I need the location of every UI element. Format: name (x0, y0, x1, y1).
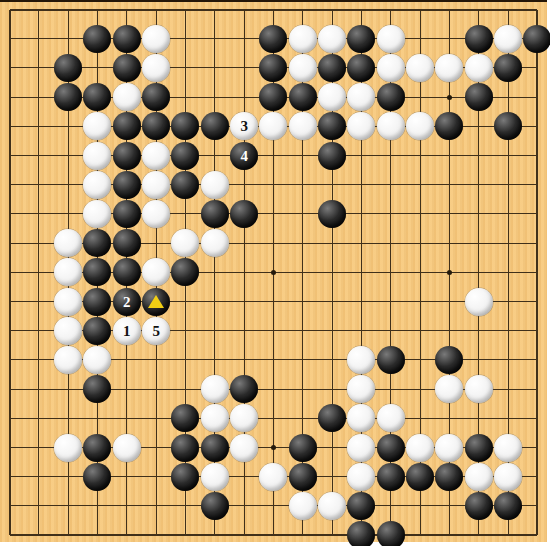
stone-black[interactable] (318, 404, 346, 432)
stone-white[interactable] (435, 434, 463, 462)
stone-black[interactable] (494, 54, 522, 82)
stone-white[interactable] (171, 229, 199, 257)
stone-black[interactable] (230, 375, 258, 403)
move-number-label: 3 (240, 112, 248, 140)
stone-black[interactable] (318, 200, 346, 228)
stone-black[interactable] (113, 200, 141, 228)
stone-black[interactable] (289, 434, 317, 462)
star-point (447, 270, 452, 275)
stone-black[interactable] (523, 25, 550, 53)
stone-white[interactable] (54, 317, 82, 345)
stone-black[interactable] (465, 434, 493, 462)
stone-black[interactable] (83, 434, 111, 462)
stone-white[interactable] (142, 171, 170, 199)
stone-black[interactable] (377, 463, 405, 491)
stone-black[interactable] (171, 258, 199, 286)
stone-white[interactable] (259, 112, 287, 140)
stone-white[interactable] (347, 346, 375, 374)
stone-white[interactable] (54, 288, 82, 316)
stone-black[interactable] (377, 521, 405, 546)
stone-white[interactable] (230, 434, 258, 462)
move-number-label: 4 (240, 142, 248, 170)
stone-black[interactable] (435, 112, 463, 140)
stone-white[interactable] (201, 229, 229, 257)
stone-white[interactable] (318, 492, 346, 520)
stone-black[interactable] (113, 142, 141, 170)
star-point (447, 95, 452, 100)
stone-white[interactable] (347, 434, 375, 462)
stone-white[interactable] (83, 171, 111, 199)
stone-white[interactable] (201, 463, 229, 491)
stone-black[interactable] (318, 54, 346, 82)
stone-black[interactable] (54, 54, 82, 82)
stone-black[interactable] (318, 112, 346, 140)
stone-white[interactable] (201, 404, 229, 432)
board-top-edge (0, 0, 547, 2)
stone-white[interactable] (54, 258, 82, 286)
stone-black[interactable] (113, 229, 141, 257)
stone-white[interactable] (465, 54, 493, 82)
stone-black[interactable] (377, 83, 405, 111)
stone-black[interactable] (171, 434, 199, 462)
stone-black[interactable] (494, 492, 522, 520)
stone-white[interactable] (54, 346, 82, 374)
stone-black[interactable] (171, 404, 199, 432)
stone-white[interactable] (377, 25, 405, 53)
stone-black[interactable] (201, 112, 229, 140)
stone-white[interactable] (83, 112, 111, 140)
stone-black[interactable] (83, 375, 111, 403)
star-point (271, 270, 276, 275)
stone-white[interactable] (259, 463, 287, 491)
grid-line-vertical (536, 10, 538, 536)
stone-white[interactable] (406, 434, 434, 462)
stone-white[interactable] (289, 112, 317, 140)
stone-black[interactable] (142, 83, 170, 111)
stone-white[interactable] (113, 434, 141, 462)
stone-white[interactable] (465, 463, 493, 491)
stone-white[interactable] (494, 463, 522, 491)
stone-white[interactable] (142, 258, 170, 286)
stone-white[interactable] (465, 375, 493, 403)
stone-white[interactable]: 5 (142, 317, 170, 345)
stone-black[interactable] (435, 346, 463, 374)
stone-white[interactable] (435, 54, 463, 82)
stone-white[interactable] (406, 54, 434, 82)
stone-white[interactable] (347, 463, 375, 491)
stone-black[interactable] (113, 171, 141, 199)
stone-black[interactable] (259, 54, 287, 82)
stone-black[interactable] (230, 200, 258, 228)
stone-white[interactable] (289, 492, 317, 520)
stone-black[interactable] (465, 25, 493, 53)
go-board[interactable]: 34215 (0, 0, 547, 542)
stone-white[interactable] (142, 25, 170, 53)
stone-black[interactable] (259, 83, 287, 111)
move-number-label: 5 (152, 317, 160, 345)
stone-white[interactable]: 1 (113, 317, 141, 345)
stone-white[interactable] (201, 171, 229, 199)
stone-black[interactable] (201, 434, 229, 462)
go-diagram-page: 34215 (0, 0, 550, 546)
stone-white[interactable]: 3 (230, 112, 258, 140)
stone-white[interactable] (377, 112, 405, 140)
star-point (271, 445, 276, 450)
stone-black[interactable] (435, 463, 463, 491)
stone-black[interactable] (289, 463, 317, 491)
stone-black[interactable] (465, 492, 493, 520)
stone-black[interactable] (406, 463, 434, 491)
stone-white[interactable] (289, 54, 317, 82)
stone-black[interactable] (83, 258, 111, 286)
stone-white[interactable] (142, 142, 170, 170)
stone-black[interactable] (171, 463, 199, 491)
stone-white[interactable] (289, 25, 317, 53)
stone-black[interactable] (54, 83, 82, 111)
move-number-label: 2 (123, 288, 131, 316)
stone-black[interactable] (171, 171, 199, 199)
stone-black[interactable] (347, 492, 375, 520)
stone-black[interactable] (289, 83, 317, 111)
stone-white[interactable] (54, 434, 82, 462)
stone-black[interactable] (113, 112, 141, 140)
stone-black[interactable] (171, 112, 199, 140)
stone-white[interactable] (230, 404, 258, 432)
stone-black[interactable] (494, 112, 522, 140)
stone-white[interactable] (318, 25, 346, 53)
stone-black[interactable] (201, 200, 229, 228)
stone-black[interactable] (259, 25, 287, 53)
stone-black[interactable] (377, 434, 405, 462)
stone-black[interactable] (113, 258, 141, 286)
stone-white[interactable] (494, 25, 522, 53)
stone-white[interactable] (201, 375, 229, 403)
stone-black[interactable] (83, 83, 111, 111)
stone-white[interactable] (377, 54, 405, 82)
stone-white[interactable] (435, 375, 463, 403)
stone-black[interactable] (83, 288, 111, 316)
stone-white[interactable] (465, 288, 493, 316)
stone-white[interactable] (142, 200, 170, 228)
stone-black[interactable] (201, 492, 229, 520)
stone-black[interactable] (142, 288, 170, 316)
stone-black[interactable] (113, 25, 141, 53)
stone-black[interactable] (347, 25, 375, 53)
stone-white[interactable] (347, 375, 375, 403)
move-number-label: 1 (123, 317, 131, 345)
stone-white[interactable] (113, 83, 141, 111)
grid-line-horizontal (10, 418, 538, 419)
stone-white[interactable] (142, 54, 170, 82)
stone-black[interactable] (318, 142, 346, 170)
grid-line-horizontal (10, 534, 538, 536)
stone-white[interactable] (83, 200, 111, 228)
stone-black[interactable] (83, 229, 111, 257)
stone-white[interactable] (347, 404, 375, 432)
stone-black[interactable] (83, 317, 111, 345)
stone-black[interactable] (113, 54, 141, 82)
stone-white[interactable] (347, 112, 375, 140)
stone-white[interactable] (377, 404, 405, 432)
stone-white[interactable] (83, 346, 111, 374)
stone-white[interactable] (318, 83, 346, 111)
stone-black[interactable] (377, 346, 405, 374)
stone-white[interactable] (494, 434, 522, 462)
grid-line-horizontal (10, 505, 538, 506)
triangle-marker-icon (148, 295, 164, 308)
stone-black[interactable]: 2 (113, 288, 141, 316)
stone-white[interactable] (83, 142, 111, 170)
stone-black[interactable] (171, 142, 199, 170)
stone-white[interactable] (406, 112, 434, 140)
stone-black[interactable]: 4 (230, 142, 258, 170)
stone-black[interactable] (83, 463, 111, 491)
stone-black[interactable] (83, 25, 111, 53)
stone-white[interactable] (347, 83, 375, 111)
stone-black[interactable] (347, 54, 375, 82)
stone-black[interactable] (142, 112, 170, 140)
stone-white[interactable] (54, 229, 82, 257)
stone-black[interactable] (347, 521, 375, 546)
stone-black[interactable] (465, 83, 493, 111)
